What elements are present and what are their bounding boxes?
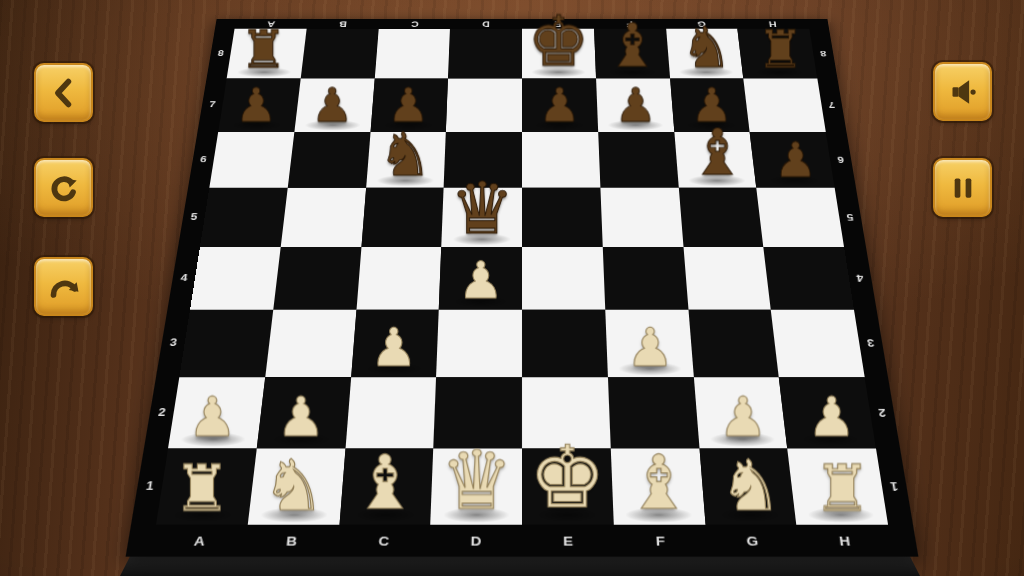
file-label-mirrored: F [593, 19, 665, 29]
piece-white-pawn[interactable]: ♟ [718, 390, 767, 445]
square-f1[interactable]: ♝ [610, 448, 705, 524]
file-label-mirrored: H [736, 19, 809, 29]
piece-black-bishop[interactable]: ♝ [689, 121, 746, 185]
piece-white-pawn[interactable]: ♟ [277, 390, 326, 445]
piece-black-rook[interactable]: ♜ [757, 24, 804, 76]
square-g6[interactable]: ♝ [674, 132, 757, 188]
file-label: G [705, 525, 800, 557]
rotate-clockwise-icon [43, 167, 85, 209]
back-button[interactable] [34, 63, 93, 122]
file-label: F [614, 525, 708, 557]
square-d7[interactable] [446, 79, 522, 132]
square-g2[interactable]: ♟ [693, 377, 787, 448]
square-d1[interactable]: ♛ [430, 448, 522, 524]
pause-icon [942, 167, 984, 209]
file-label: B [244, 525, 339, 557]
piece-white-pawn[interactable]: ♟ [458, 255, 504, 306]
file-label: C [336, 525, 430, 557]
file-label-mirrored: E [522, 19, 594, 29]
redo-button[interactable] [34, 257, 93, 316]
square-h2[interactable]: ♟ [779, 377, 876, 448]
square-e8[interactable]: ♚ [522, 29, 596, 79]
file-label-mirrored: A [235, 19, 308, 29]
piece-white-rook[interactable]: ♜ [173, 456, 231, 520]
piece-white-pawn[interactable]: ♟ [370, 321, 417, 374]
square-e3[interactable] [522, 310, 608, 377]
chess-board-3d: ABCDEFGH ABCDEFGH 87654321 87654321 ♜♚♝♞… [177, 0, 867, 576]
file-label: E [522, 525, 615, 557]
piece-white-queen[interactable]: ♛ [440, 439, 513, 520]
square-g4[interactable] [683, 247, 771, 310]
square-a6[interactable] [209, 132, 294, 188]
piece-white-pawn[interactable]: ♟ [627, 321, 674, 374]
piece-black-pawn[interactable]: ♟ [773, 136, 816, 184]
piece-white-pawn[interactable]: ♟ [807, 390, 856, 445]
square-g5[interactable] [678, 188, 763, 247]
square-b4[interactable] [273, 247, 361, 310]
piece-black-pawn[interactable]: ♟ [539, 82, 581, 129]
square-d8[interactable] [448, 29, 522, 79]
square-h8[interactable]: ♜ [738, 29, 818, 79]
square-c3[interactable]: ♟ [351, 310, 439, 377]
restart-button[interactable] [34, 158, 93, 217]
square-b6[interactable] [288, 132, 371, 188]
square-e7[interactable]: ♟ [522, 79, 598, 132]
square-a2[interactable]: ♟ [168, 377, 265, 448]
square-c6[interactable]: ♞ [366, 132, 446, 188]
file-labels-top: ABCDEFGH [235, 19, 810, 29]
game-scene: ABCDEFGH ABCDEFGH 87654321 87654321 ♜♚♝♞… [0, 0, 1024, 576]
square-b3[interactable] [265, 310, 356, 377]
file-label-mirrored: B [306, 19, 379, 29]
square-h7[interactable] [744, 79, 826, 132]
square-c1[interactable]: ♝ [339, 448, 434, 524]
speaker-icon [942, 71, 984, 113]
board-grid: ♜♚♝♞♜♟♟♟♟♟♟♞♝♟♛♟♟♟♟♟♟♟♜♞♝♛♚♝♞♜ [156, 29, 888, 525]
square-h1[interactable]: ♜ [787, 448, 888, 524]
square-f2[interactable] [608, 377, 699, 448]
pause-button[interactable] [933, 158, 992, 217]
square-e1[interactable]: ♚ [522, 448, 614, 524]
piece-white-bishop[interactable]: ♝ [626, 446, 693, 521]
square-f5[interactable] [600, 188, 683, 247]
square-a7[interactable]: ♟ [218, 79, 300, 132]
square-c8[interactable] [374, 29, 450, 79]
square-f4[interactable] [603, 247, 689, 310]
redo-arrow-icon [43, 266, 85, 308]
square-h6[interactable]: ♟ [750, 132, 835, 188]
square-h4[interactable] [764, 247, 854, 310]
square-c4[interactable] [356, 247, 442, 310]
square-f7[interactable]: ♟ [596, 79, 674, 132]
piece-black-king[interactable]: ♚ [528, 7, 590, 76]
square-a1[interactable]: ♜ [156, 448, 257, 524]
square-b7[interactable]: ♟ [294, 79, 374, 132]
file-label: H [797, 525, 894, 557]
file-label-mirrored: C [378, 19, 450, 29]
square-b2[interactable]: ♟ [257, 377, 351, 448]
square-c5[interactable] [361, 188, 444, 247]
square-e5[interactable] [522, 188, 603, 247]
square-f6[interactable] [598, 132, 678, 188]
square-f3[interactable]: ♟ [605, 310, 693, 377]
piece-white-knight[interactable]: ♞ [719, 451, 782, 521]
square-e4[interactable] [522, 247, 605, 310]
square-a5[interactable] [200, 188, 288, 247]
file-labels-bottom: ABCDEFGH [151, 525, 893, 557]
square-c2[interactable] [345, 377, 436, 448]
square-g3[interactable] [688, 310, 779, 377]
square-b1[interactable]: ♞ [247, 448, 345, 524]
piece-white-king[interactable]: ♚ [529, 435, 606, 521]
square-d4[interactable]: ♟ [439, 247, 522, 310]
file-label-mirrored: G [665, 19, 738, 29]
piece-black-pawn[interactable]: ♟ [615, 82, 657, 129]
square-f8[interactable]: ♝ [594, 29, 670, 79]
square-g1[interactable]: ♞ [699, 448, 797, 524]
file-label-mirrored: D [450, 19, 522, 29]
sound-button[interactable] [933, 62, 992, 121]
piece-black-pawn[interactable]: ♟ [236, 82, 278, 129]
piece-black-queen[interactable]: ♛ [450, 172, 514, 244]
chevron-left-icon [43, 72, 85, 114]
piece-black-pawn[interactable]: ♟ [311, 82, 353, 129]
square-a4[interactable] [190, 247, 280, 310]
square-a8[interactable]: ♜ [227, 29, 307, 79]
piece-white-rook[interactable]: ♜ [813, 456, 871, 520]
square-d3[interactable] [436, 310, 522, 377]
square-e6[interactable] [522, 132, 600, 188]
piece-black-rook[interactable]: ♜ [241, 24, 288, 76]
piece-white-pawn[interactable]: ♟ [188, 390, 237, 445]
square-g8[interactable]: ♞ [666, 29, 744, 79]
file-label: D [429, 525, 522, 557]
square-d5[interactable]: ♛ [441, 188, 522, 247]
square-h3[interactable] [771, 310, 865, 377]
square-a3[interactable] [179, 310, 273, 377]
piece-white-knight[interactable]: ♞ [262, 451, 325, 521]
file-label: A [151, 525, 248, 557]
chess-board: ABCDEFGH ABCDEFGH 87654321 87654321 ♜♚♝♞… [126, 19, 919, 557]
piece-white-bishop[interactable]: ♝ [351, 446, 418, 521]
square-b5[interactable] [280, 188, 365, 247]
square-b8[interactable] [300, 29, 378, 79]
piece-black-knight[interactable]: ♞ [378, 125, 432, 185]
square-h5[interactable] [756, 188, 844, 247]
